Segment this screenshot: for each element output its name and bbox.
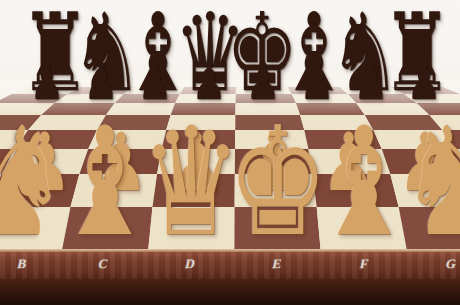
piece-white-knight-g1[interactable]: ♞ bbox=[400, 107, 460, 257]
board-frame-front bbox=[0, 279, 460, 305]
chess-photo-scene: B C D E F G ♜♞♝♛♚♝♞♜♟♟♟♟♟♟♟♟♟♟♟♟♟♟♟♟♜♞♝♛… bbox=[0, 0, 460, 305]
piece-white-queen-d1[interactable]: ♛ bbox=[141, 107, 242, 257]
